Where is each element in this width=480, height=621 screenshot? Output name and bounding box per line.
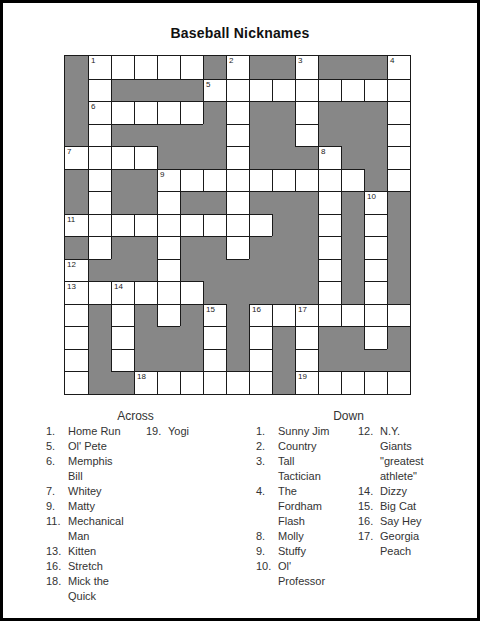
block-cell	[65, 124, 88, 147]
cell-r3c6[interactable]	[180, 101, 203, 124]
block-cell	[134, 79, 157, 102]
cell-r14c3[interactable]	[111, 349, 134, 372]
cell-r8c2[interactable]	[88, 214, 111, 237]
block-cell	[272, 371, 295, 394]
cell-r12c10[interactable]	[272, 304, 295, 327]
block-cell	[203, 259, 226, 282]
clue-number: 3.	[256, 454, 278, 469]
across-header: Across	[43, 409, 228, 423]
block-cell	[387, 349, 410, 372]
block-cell	[157, 79, 180, 102]
across-clue-13: 13.Kitten	[46, 544, 128, 559]
block-cell	[341, 146, 364, 169]
down-clue-4: 4.The Fordham Flash	[256, 484, 335, 529]
cell-r9c5[interactable]	[157, 236, 180, 259]
block-cell	[111, 191, 134, 214]
block-cell	[88, 371, 111, 394]
down-clue-12: 12.N.Y. Giants "greatest athlete"	[358, 424, 430, 484]
block-cell	[180, 326, 203, 349]
block-cell	[134, 169, 157, 192]
cell-r3c11[interactable]	[295, 101, 318, 124]
cell-r13c3[interactable]	[111, 326, 134, 349]
cell-r15c9[interactable]	[249, 371, 272, 394]
block-cell	[295, 214, 318, 237]
block-cell	[249, 281, 272, 304]
puzzle-page: Baseball Nicknames 123456789101112131415…	[0, 0, 480, 621]
cell-r12c12[interactable]	[318, 304, 341, 327]
down-header: Down	[256, 409, 441, 423]
down-clue-16: 16.Say Hey	[358, 514, 430, 529]
clue-number: 19.	[146, 424, 168, 439]
puzzle-title: Baseball Nicknames	[3, 25, 477, 41]
cell-r12c1[interactable]	[65, 304, 88, 327]
block-cell	[226, 281, 249, 304]
cell-number: 7	[67, 147, 71, 156]
block-cell	[272, 326, 295, 349]
clue-number: 9.	[256, 544, 278, 559]
cell-r8c1[interactable]: 11	[65, 214, 88, 237]
clue-number: 8.	[256, 529, 278, 544]
cell-r14c7[interactable]	[203, 349, 226, 372]
down-clues-column-1: 1.Sunny Jim2.Country3.Tall Tactician4.Th…	[256, 424, 335, 589]
cell-r13c9[interactable]	[249, 326, 272, 349]
cell-r7c12[interactable]	[318, 191, 341, 214]
block-cell	[134, 191, 157, 214]
cell-r6c15[interactable]	[387, 169, 410, 192]
cell-r14c11[interactable]	[295, 349, 318, 372]
block-cell	[387, 191, 410, 214]
cell-r14c9[interactable]	[249, 349, 272, 372]
cell-r8c8[interactable]	[226, 214, 249, 237]
cell-number: 2	[229, 56, 233, 65]
block-cell	[364, 349, 387, 372]
block-cell	[341, 214, 364, 237]
cell-r1c15[interactable]: 4	[387, 56, 410, 79]
block-cell	[272, 259, 295, 282]
cell-r12c9[interactable]: 16	[249, 304, 272, 327]
cell-r6c2[interactable]	[88, 169, 111, 192]
cell-r6c11[interactable]	[295, 169, 318, 192]
cell-r9c2[interactable]	[88, 236, 111, 259]
cell-r2c15[interactable]	[387, 79, 410, 102]
block-cell	[295, 281, 318, 304]
cell-r3c2[interactable]: 6	[88, 101, 111, 124]
cell-r11c6[interactable]	[180, 281, 203, 304]
block-cell	[203, 56, 226, 79]
across-clue-7: 7.Whitey	[46, 484, 128, 499]
block-cell	[272, 214, 295, 237]
cell-number: 14	[114, 282, 123, 291]
cell-r9c14[interactable]	[364, 236, 387, 259]
cell-r15c13[interactable]	[341, 371, 364, 394]
block-cell	[203, 146, 226, 169]
block-cell	[318, 56, 341, 79]
cell-number: 6	[91, 102, 95, 111]
cell-r5c15[interactable]	[387, 146, 410, 169]
cell-r8c4[interactable]	[134, 214, 157, 237]
block-cell	[341, 349, 364, 372]
clue-text: N.Y. Giants "greatest athlete"	[380, 424, 430, 484]
cell-number: 18	[137, 372, 146, 381]
cell-r1c11[interactable]: 3	[295, 56, 318, 79]
block-cell	[249, 124, 272, 147]
clue-text: Whitey	[68, 484, 128, 499]
cell-r6c6[interactable]	[180, 169, 203, 192]
block-cell	[318, 124, 341, 147]
cell-number: 16	[252, 305, 261, 314]
cell-number: 10	[367, 192, 376, 201]
cell-r10c5[interactable]	[157, 259, 180, 282]
cell-r11c1[interactable]: 13	[65, 281, 88, 304]
block-cell	[226, 259, 249, 282]
across-clues-column-1: 1.Home Run5.Ol' Pete6.Memphis Bill7.Whit…	[46, 424, 128, 604]
cell-r4c11[interactable]	[295, 124, 318, 147]
across-clue-6: 6.Memphis Bill	[46, 454, 128, 484]
cell-r4c2[interactable]	[88, 124, 111, 147]
cell-r6c13[interactable]	[341, 169, 364, 192]
cell-r4c8[interactable]	[226, 124, 249, 147]
cell-r8c12[interactable]	[318, 214, 341, 237]
cell-r8c14[interactable]	[364, 214, 387, 237]
block-cell	[272, 146, 295, 169]
cell-r12c11[interactable]: 17	[295, 304, 318, 327]
block-cell	[111, 79, 134, 102]
clue-number: 17.	[358, 529, 380, 544]
down-clue-9: 9.Stuffy	[256, 544, 335, 559]
cell-r2c7[interactable]: 5	[203, 79, 226, 102]
block-cell	[272, 281, 295, 304]
cell-r3c15[interactable]	[387, 101, 410, 124]
block-cell	[364, 146, 387, 169]
cell-r13c14[interactable]	[364, 326, 387, 349]
block-cell	[203, 124, 226, 147]
cell-r11c4[interactable]	[134, 281, 157, 304]
clue-number: 13.	[46, 544, 68, 559]
block-cell	[65, 236, 88, 259]
cell-r8c6[interactable]	[180, 214, 203, 237]
clue-text: Ol' Pete	[68, 439, 128, 454]
block-cell	[203, 236, 226, 259]
cell-r12c3[interactable]	[111, 304, 134, 327]
block-cell	[249, 191, 272, 214]
clue-number: 15.	[358, 499, 380, 514]
down-clue-15: 15.Big Cat	[358, 499, 430, 514]
down-clue-17: 17.Georgia Peach	[358, 529, 430, 559]
cell-r12c13[interactable]	[341, 304, 364, 327]
across-clue-18: 18.Mick the Quick	[46, 574, 128, 604]
block-cell	[226, 349, 249, 372]
cell-r10c1[interactable]: 12	[65, 259, 88, 282]
cell-r11c2[interactable]	[88, 281, 111, 304]
cell-r1c5[interactable]	[157, 56, 180, 79]
crossword-grid[interactable]: 12345678910111213141516171819	[64, 55, 411, 395]
block-cell	[134, 236, 157, 259]
cell-r7c14[interactable]: 10	[364, 191, 387, 214]
block-cell	[111, 259, 134, 282]
cell-number: 1	[91, 56, 95, 65]
block-cell	[88, 304, 111, 327]
block-cell	[387, 259, 410, 282]
cell-r13c7[interactable]	[203, 326, 226, 349]
cell-r5c4[interactable]	[134, 146, 157, 169]
clue-number: 1.	[46, 424, 68, 439]
block-cell	[387, 214, 410, 237]
block-cell	[157, 146, 180, 169]
cell-r13c1[interactable]	[65, 326, 88, 349]
clue-text: Molly	[278, 529, 335, 544]
block-cell	[295, 259, 318, 282]
cell-r1c4[interactable]	[134, 56, 157, 79]
clue-text: Country	[278, 439, 335, 454]
cell-r9c12[interactable]	[318, 236, 341, 259]
block-cell	[180, 304, 203, 327]
cell-r7c2[interactable]	[88, 191, 111, 214]
cell-r14c1[interactable]	[65, 349, 88, 372]
cell-r8c7[interactable]	[203, 214, 226, 237]
cell-r2c8[interactable]	[226, 79, 249, 102]
clue-number: 5.	[46, 439, 68, 454]
block-cell	[272, 101, 295, 124]
across-clue-1: 1.Home Run	[46, 424, 128, 439]
cell-r5c8[interactable]	[226, 146, 249, 169]
clue-text: Matty	[68, 499, 128, 514]
cell-r6c7[interactable]	[203, 169, 226, 192]
block-cell	[295, 146, 318, 169]
block-cell	[249, 101, 272, 124]
clue-text: Dizzy	[380, 484, 430, 499]
block-cell	[249, 56, 272, 79]
down-clue-8: 8.Molly	[256, 529, 335, 544]
cell-r3c3[interactable]	[111, 101, 134, 124]
cell-number: 4	[390, 56, 394, 65]
cell-r5c1[interactable]: 7	[65, 146, 88, 169]
clue-number: 2.	[256, 439, 278, 454]
across-clue-16: 16.Stretch	[46, 559, 128, 574]
clue-number: 4.	[256, 484, 278, 499]
block-cell	[272, 349, 295, 372]
clue-number: 10.	[256, 559, 278, 574]
cell-r6c8[interactable]	[226, 169, 249, 192]
cell-r6c5[interactable]: 9	[157, 169, 180, 192]
block-cell	[134, 304, 157, 327]
clue-text: Georgia Peach	[380, 529, 430, 559]
cell-number: 19	[298, 372, 307, 381]
clue-number: 16.	[46, 559, 68, 574]
cell-r12c14[interactable]	[364, 304, 387, 327]
cell-r15c12[interactable]	[318, 371, 341, 394]
block-cell	[249, 146, 272, 169]
block-cell	[341, 236, 364, 259]
clue-text: Ol' Professor	[278, 559, 335, 589]
block-cell	[111, 169, 134, 192]
block-cell	[341, 56, 364, 79]
block-cell	[65, 191, 88, 214]
cell-r6c10[interactable]	[272, 169, 295, 192]
block-cell	[364, 169, 387, 192]
block-cell	[318, 101, 341, 124]
across-clue-11: 11.Mechanical Man	[46, 514, 128, 544]
cell-r15c15[interactable]	[387, 371, 410, 394]
clue-number: 6.	[46, 454, 68, 469]
block-cell	[111, 236, 134, 259]
block-cell	[272, 236, 295, 259]
cell-r8c9[interactable]	[249, 214, 272, 237]
cell-r2c13[interactable]	[341, 79, 364, 102]
cell-r2c2[interactable]	[88, 79, 111, 102]
block-cell	[295, 236, 318, 259]
cell-r11c3[interactable]: 14	[111, 281, 134, 304]
cell-r13c11[interactable]	[295, 326, 318, 349]
block-cell	[203, 191, 226, 214]
cell-r1c3[interactable]	[111, 56, 134, 79]
cell-number: 13	[67, 282, 76, 291]
block-cell	[341, 124, 364, 147]
cell-r6c9[interactable]	[249, 169, 272, 192]
clue-text: Big Cat	[380, 499, 430, 514]
block-cell	[65, 56, 88, 79]
block-cell	[226, 304, 249, 327]
cell-number: 5	[206, 80, 210, 89]
down-clue-2: 2.Country	[256, 439, 335, 454]
clue-number: 18.	[46, 574, 68, 589]
clue-text: Stuffy	[278, 544, 335, 559]
block-cell	[318, 349, 341, 372]
cell-r11c12[interactable]	[318, 281, 341, 304]
cell-r15c11[interactable]: 19	[295, 371, 318, 394]
cell-r2c10[interactable]	[272, 79, 295, 102]
block-cell	[65, 169, 88, 192]
clue-text: Say Hey	[380, 514, 430, 529]
block-cell	[180, 124, 203, 147]
block-cell	[180, 259, 203, 282]
clue-number: 12.	[358, 424, 380, 439]
block-cell	[134, 124, 157, 147]
cell-r1c2[interactable]: 1	[88, 56, 111, 79]
cell-r2c11[interactable]	[295, 79, 318, 102]
cell-r1c8[interactable]: 2	[226, 56, 249, 79]
block-cell	[364, 124, 387, 147]
block-cell	[180, 236, 203, 259]
block-cell	[341, 281, 364, 304]
cell-r10c12[interactable]	[318, 259, 341, 282]
block-cell	[157, 326, 180, 349]
block-cell	[272, 56, 295, 79]
clue-text: Kitten	[68, 544, 128, 559]
cell-r8c3[interactable]	[111, 214, 134, 237]
clue-text: Memphis Bill	[68, 454, 128, 484]
cell-r2c14[interactable]	[364, 79, 387, 102]
block-cell	[88, 349, 111, 372]
block-cell	[341, 191, 364, 214]
cell-r5c3[interactable]	[111, 146, 134, 169]
cell-r15c14[interactable]	[364, 371, 387, 394]
cell-r12c5[interactable]	[157, 304, 180, 327]
cell-r2c12[interactable]	[318, 79, 341, 102]
cell-r11c14[interactable]	[364, 281, 387, 304]
cell-r11c5[interactable]	[157, 281, 180, 304]
block-cell	[180, 349, 203, 372]
down-clue-14: 14.Dizzy	[358, 484, 430, 499]
clue-number: 14.	[358, 484, 380, 499]
block-cell	[272, 191, 295, 214]
block-cell	[157, 349, 180, 372]
cell-r12c7[interactable]: 15	[203, 304, 226, 327]
cell-r6c12[interactable]	[318, 169, 341, 192]
cell-r10c14[interactable]	[364, 259, 387, 282]
cell-r5c12[interactable]: 8	[318, 146, 341, 169]
cell-r1c6[interactable]	[180, 56, 203, 79]
cell-r15c1[interactable]	[65, 371, 88, 394]
clue-text: Yogi	[168, 424, 210, 439]
cell-number: 17	[298, 305, 307, 314]
clue-number: 7.	[46, 484, 68, 499]
clue-number: 11.	[46, 514, 68, 529]
clue-number: 9.	[46, 499, 68, 514]
block-cell	[65, 101, 88, 124]
clue-number: 1.	[256, 424, 278, 439]
block-cell	[318, 326, 341, 349]
cell-r15c8[interactable]	[226, 371, 249, 394]
cell-r4c15[interactable]	[387, 124, 410, 147]
block-cell	[249, 236, 272, 259]
block-cell	[272, 124, 295, 147]
block-cell	[134, 349, 157, 372]
cell-r7c5[interactable]	[157, 191, 180, 214]
block-cell	[295, 191, 318, 214]
cell-r9c8[interactable]	[226, 236, 249, 259]
cell-number: 12	[67, 260, 76, 269]
block-cell	[180, 79, 203, 102]
block-cell	[88, 326, 111, 349]
cell-r15c4[interactable]: 18	[134, 371, 157, 394]
cell-r8c5[interactable]	[157, 214, 180, 237]
cell-r7c8[interactable]	[226, 191, 249, 214]
block-cell	[226, 326, 249, 349]
block-cell	[111, 124, 134, 147]
cell-r2c9[interactable]	[249, 79, 272, 102]
clue-text: Sunny Jim	[278, 424, 335, 439]
block-cell	[134, 326, 157, 349]
block-cell	[203, 281, 226, 304]
cell-r3c5[interactable]	[157, 101, 180, 124]
cell-number: 3	[298, 56, 302, 65]
block-cell	[249, 259, 272, 282]
cell-number: 8	[321, 147, 325, 156]
cell-r5c2[interactable]	[88, 146, 111, 169]
down-clue-1: 1.Sunny Jim	[256, 424, 335, 439]
cell-number: 9	[160, 170, 164, 179]
cell-r3c4[interactable]	[134, 101, 157, 124]
cell-number: 15	[206, 305, 215, 314]
block-cell	[387, 236, 410, 259]
block-cell	[111, 371, 134, 394]
cell-r3c8[interactable]	[226, 101, 249, 124]
cell-r15c7[interactable]	[203, 371, 226, 394]
down-clue-3: 3.Tall Tactician	[256, 454, 335, 484]
block-cell	[364, 101, 387, 124]
cell-r15c6[interactable]	[180, 371, 203, 394]
block-cell	[180, 146, 203, 169]
clue-text: Mechanical Man	[68, 514, 128, 544]
down-clues-column-2: 12.N.Y. Giants "greatest athlete"14.Dizz…	[358, 424, 430, 559]
cell-r15c5[interactable]	[157, 371, 180, 394]
block-cell	[341, 101, 364, 124]
across-clue-9: 9.Matty	[46, 499, 128, 514]
clue-number: 16.	[358, 514, 380, 529]
cell-r12c15[interactable]	[387, 304, 410, 327]
clue-text: The Fordham Flash	[278, 484, 335, 529]
block-cell	[364, 56, 387, 79]
